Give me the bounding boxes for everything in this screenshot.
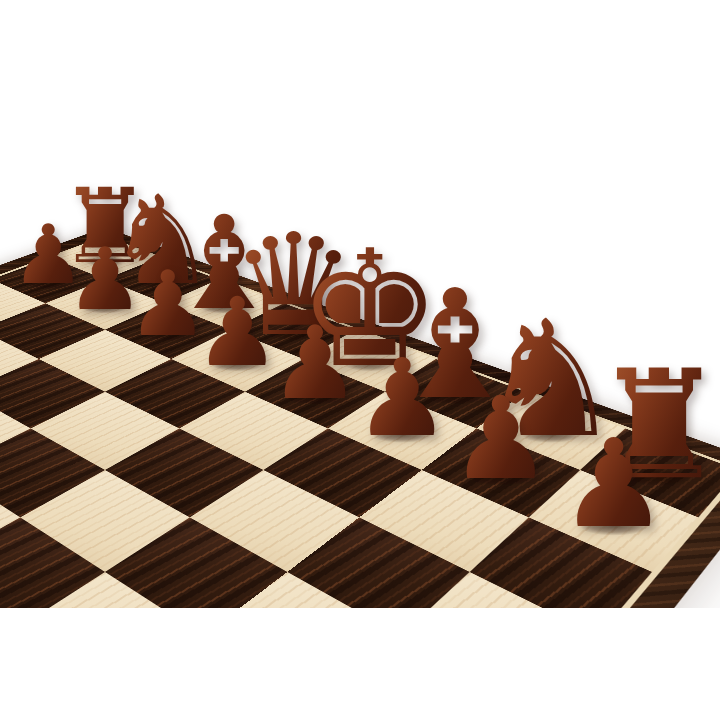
photo-bottom-margin: [0, 608, 720, 720]
chess-set-photo: ♜♞♝♛♚♝♞♜♟♟♟♟♟♟♟♟: [0, 0, 720, 720]
